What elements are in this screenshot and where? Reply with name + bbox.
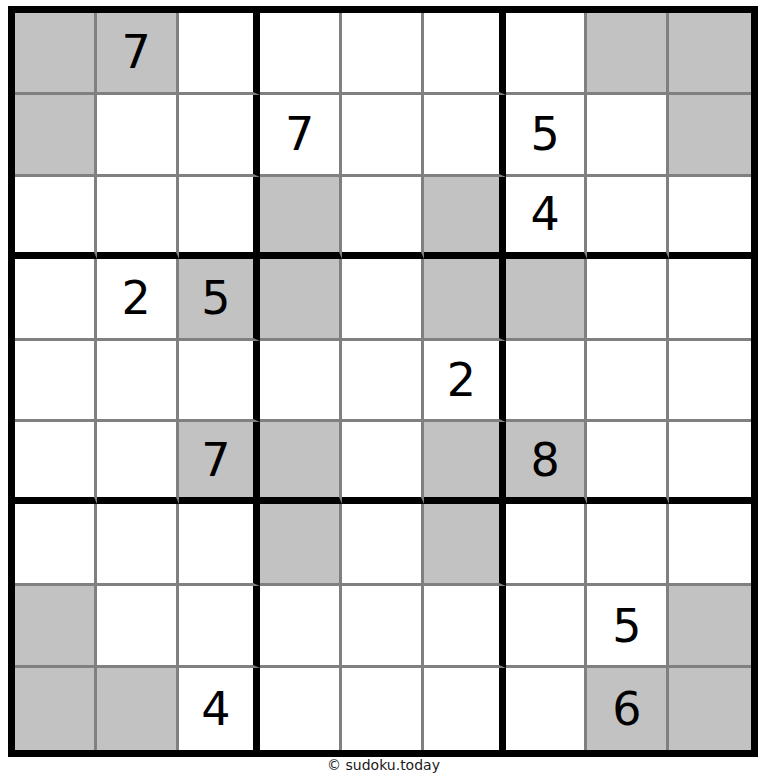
cell-r7c8[interactable] [587,504,669,586]
cell-r1c6[interactable] [424,13,506,95]
cell-r9c4[interactable] [260,668,342,750]
cell-r1c8[interactable] [587,13,669,95]
cell-r6c5[interactable] [342,422,424,504]
cell-r1c1[interactable] [15,13,97,95]
cell-r5c2[interactable] [97,341,179,423]
cell-r4c9[interactable] [669,259,751,341]
cell-r3c5[interactable] [342,177,424,259]
cell-r8c6[interactable] [424,586,506,668]
cell-r4c2[interactable]: 2 [97,259,179,341]
cell-r3c2[interactable] [97,177,179,259]
cell-r8c7[interactable] [506,586,588,668]
cell-r1c2[interactable]: 7 [97,13,179,95]
cell-r5c7[interactable] [506,341,588,423]
cell-r4c3[interactable]: 5 [179,259,261,341]
cell-r3c9[interactable] [669,177,751,259]
cell-r2c7[interactable]: 5 [506,95,588,177]
cell-r3c4[interactable] [260,177,342,259]
cell-r4c5[interactable] [342,259,424,341]
sudoku-board: 775425278546 [8,6,758,757]
cell-r4c4[interactable] [260,259,342,341]
cell-r6c1[interactable] [15,422,97,504]
cell-r9c8[interactable]: 6 [587,668,669,750]
cell-r4c6[interactable] [424,259,506,341]
cell-r9c3[interactable]: 4 [179,668,261,750]
cell-r6c2[interactable] [97,422,179,504]
cell-r5c5[interactable] [342,341,424,423]
cell-r8c2[interactable] [97,586,179,668]
cell-r8c9[interactable] [669,586,751,668]
cell-r6c8[interactable] [587,422,669,504]
cell-r5c4[interactable] [260,341,342,423]
cell-r3c3[interactable] [179,177,261,259]
cell-r2c2[interactable] [97,95,179,177]
cell-r5c8[interactable] [587,341,669,423]
cell-r8c1[interactable] [15,586,97,668]
cell-r4c1[interactable] [15,259,97,341]
cell-r7c2[interactable] [97,504,179,586]
cell-r2c3[interactable] [179,95,261,177]
cell-r1c7[interactable] [506,13,588,95]
cell-r9c2[interactable] [97,668,179,750]
cell-r7c9[interactable] [669,504,751,586]
cell-r2c5[interactable] [342,95,424,177]
cell-r1c3[interactable] [179,13,261,95]
cell-r4c7[interactable] [506,259,588,341]
cell-r8c8[interactable]: 5 [587,586,669,668]
cell-r6c6[interactable] [424,422,506,504]
cell-r5c3[interactable] [179,341,261,423]
cell-r2c8[interactable] [587,95,669,177]
cell-r6c3[interactable]: 7 [179,422,261,504]
cell-r5c9[interactable] [669,341,751,423]
cell-r6c9[interactable] [669,422,751,504]
cell-r2c4[interactable]: 7 [260,95,342,177]
cell-r6c7[interactable]: 8 [506,422,588,504]
cell-r9c7[interactable] [506,668,588,750]
cell-r9c9[interactable] [669,668,751,750]
cell-r2c6[interactable] [424,95,506,177]
cell-r7c1[interactable] [15,504,97,586]
copyright-text: © sudoku.today [0,757,767,773]
cell-r5c1[interactable] [15,341,97,423]
cell-r8c3[interactable] [179,586,261,668]
cell-r7c5[interactable] [342,504,424,586]
cell-r3c7[interactable]: 4 [506,177,588,259]
cell-r7c3[interactable] [179,504,261,586]
cell-r6c4[interactable] [260,422,342,504]
cell-r1c4[interactable] [260,13,342,95]
cell-r9c1[interactable] [15,668,97,750]
cell-r5c6[interactable]: 2 [424,341,506,423]
cell-r7c4[interactable] [260,504,342,586]
cell-r3c6[interactable] [424,177,506,259]
cell-r2c1[interactable] [15,95,97,177]
cell-r3c8[interactable] [587,177,669,259]
cell-r1c9[interactable] [669,13,751,95]
cell-r4c8[interactable] [587,259,669,341]
cell-r3c1[interactable] [15,177,97,259]
cell-r7c7[interactable] [506,504,588,586]
cell-r9c5[interactable] [342,668,424,750]
cell-r9c6[interactable] [424,668,506,750]
cell-r8c5[interactable] [342,586,424,668]
cell-r8c4[interactable] [260,586,342,668]
cell-r7c6[interactable] [424,504,506,586]
cell-r2c9[interactable] [669,95,751,177]
sudoku-page: 775425278546 © sudoku.today [0,0,767,777]
cell-r1c5[interactable] [342,13,424,95]
